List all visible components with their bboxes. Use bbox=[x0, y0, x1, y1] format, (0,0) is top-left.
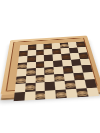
light-checker-piece[interactable]: ⛂ bbox=[35, 90, 46, 99]
square-d1[interactable] bbox=[45, 90, 56, 99]
checkers-board: ⛂⛂⛂⛂⛂⛂⛂⛂⛂⛂⛂⛂⛂⛂⛂⛂⛂⛂⛂⛂⛂⛂⛂⛂ bbox=[0, 36, 100, 96]
square-b1[interactable] bbox=[24, 91, 35, 101]
product-photo-background: ⛂⛂⛂⛂⛂⛂⛂⛂⛂⛂⛂⛂⛂⛂⛂⛂⛂⛂⛂⛂⛂⛂⛂⛂ bbox=[0, 0, 100, 133]
light-checker-piece[interactable]: ⛂ bbox=[35, 74, 45, 82]
square-h1[interactable] bbox=[86, 87, 99, 96]
light-checker-piece[interactable]: ⛂ bbox=[25, 82, 35, 91]
square-a1[interactable] bbox=[14, 92, 25, 102]
square-c1[interactable]: ⛂ bbox=[35, 90, 46, 100]
board-inner-trim: ⛂⛂⛂⛂⛂⛂⛂⛂⛂⛂⛂⛂⛂⛂⛂⛂⛂⛂⛂⛂⛂⛂⛂⛂ bbox=[6, 38, 98, 92]
playing-grid: ⛂⛂⛂⛂⛂⛂⛂⛂⛂⛂⛂⛂⛂⛂⛂⛂⛂⛂⛂⛂⛂⛂⛂⛂ bbox=[16, 42, 87, 85]
light-checker-piece[interactable]: ⛂ bbox=[16, 75, 26, 83]
